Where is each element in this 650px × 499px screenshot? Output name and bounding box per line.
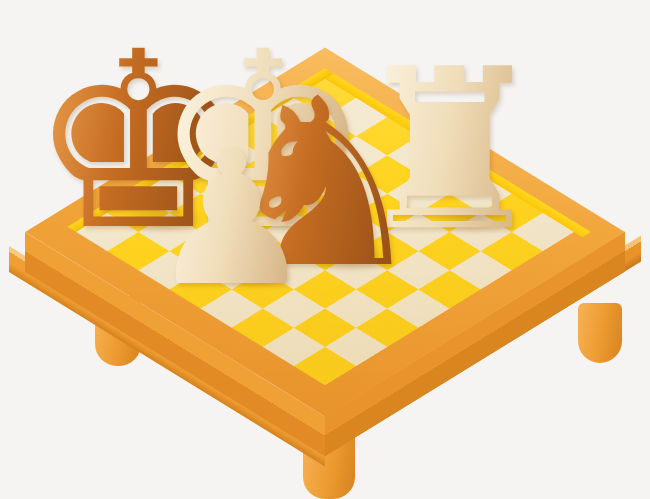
scene: ♚♟♚♞♜ (0, 0, 650, 499)
table-leg-right (578, 303, 622, 363)
piece-cream-pawn[interactable]: ♟ (148, 126, 315, 312)
